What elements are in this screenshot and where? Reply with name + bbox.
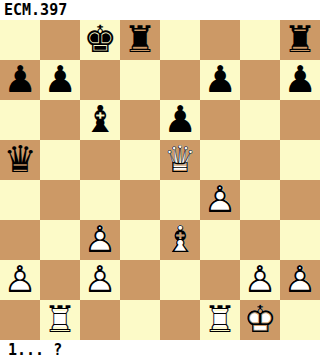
white-pawn: ♙	[200, 180, 240, 220]
square-g1[interactable]: ♚♔	[240, 300, 280, 340]
square-c4[interactable]	[80, 180, 120, 220]
square-b2[interactable]	[40, 260, 80, 300]
square-d2[interactable]	[120, 260, 160, 300]
square-h2[interactable]: ♟♙	[280, 260, 320, 300]
white-rook: ♖	[200, 300, 240, 340]
white-rook: ♖	[40, 300, 80, 340]
move-bar: 1... ?	[0, 340, 320, 360]
square-a7[interactable]: ♟	[0, 60, 40, 100]
white-queen: ♕	[160, 140, 200, 180]
square-e3[interactable]: ♝♗	[160, 220, 200, 260]
white-pawn: ♙	[80, 220, 120, 260]
square-f3[interactable]	[200, 220, 240, 260]
square-b4[interactable]	[40, 180, 80, 220]
white-bishop: ♗	[160, 220, 200, 260]
black-pawn: ♟	[40, 60, 80, 100]
square-e1[interactable]	[160, 300, 200, 340]
square-a8[interactable]	[0, 20, 40, 60]
square-b3[interactable]	[40, 220, 80, 260]
black-bishop: ♝	[80, 100, 120, 140]
black-pawn: ♟	[0, 60, 40, 100]
black-rook: ♜	[120, 20, 160, 60]
square-c5[interactable]	[80, 140, 120, 180]
square-h1[interactable]	[280, 300, 320, 340]
black-queen: ♛	[0, 140, 40, 180]
move-prompt: 1... ?	[8, 340, 62, 360]
square-d8[interactable]: ♜	[120, 20, 160, 60]
square-h6[interactable]	[280, 100, 320, 140]
square-a1[interactable]	[0, 300, 40, 340]
white-pawn: ♙	[0, 260, 40, 300]
white-king: ♔	[240, 300, 280, 340]
square-e7[interactable]	[160, 60, 200, 100]
square-h5[interactable]	[280, 140, 320, 180]
square-f5[interactable]	[200, 140, 240, 180]
title-bar: ECM.397	[0, 0, 320, 20]
black-pawn: ♟	[200, 60, 240, 100]
square-d6[interactable]	[120, 100, 160, 140]
square-g6[interactable]	[240, 100, 280, 140]
chess-puzzle-window: ECM.397 ♚♜♜♟♟♟♟♝♟♛♛♕♟♙♟♙♝♗♟♙♟♙♟♙♟♙♜♖♜♖♚♔…	[0, 0, 320, 360]
square-b6[interactable]	[40, 100, 80, 140]
square-h4[interactable]	[280, 180, 320, 220]
square-f2[interactable]	[200, 260, 240, 300]
square-f7[interactable]: ♟	[200, 60, 240, 100]
square-f6[interactable]	[200, 100, 240, 140]
square-g7[interactable]	[240, 60, 280, 100]
black-pawn: ♟	[280, 60, 320, 100]
square-a2[interactable]: ♟♙	[0, 260, 40, 300]
square-b8[interactable]	[40, 20, 80, 60]
square-d7[interactable]	[120, 60, 160, 100]
square-e5[interactable]: ♛♕	[160, 140, 200, 180]
square-e2[interactable]	[160, 260, 200, 300]
square-c2[interactable]: ♟♙	[80, 260, 120, 300]
square-f1[interactable]: ♜♖	[200, 300, 240, 340]
square-f8[interactable]	[200, 20, 240, 60]
square-a3[interactable]	[0, 220, 40, 260]
square-h8[interactable]: ♜	[280, 20, 320, 60]
square-f4[interactable]: ♟♙	[200, 180, 240, 220]
white-pawn: ♙	[240, 260, 280, 300]
square-e4[interactable]	[160, 180, 200, 220]
square-e6[interactable]: ♟	[160, 100, 200, 140]
puzzle-title: ECM.397	[4, 0, 67, 20]
square-d4[interactable]	[120, 180, 160, 220]
square-a4[interactable]	[0, 180, 40, 220]
square-h7[interactable]: ♟	[280, 60, 320, 100]
square-g3[interactable]	[240, 220, 280, 260]
white-pawn: ♙	[280, 260, 320, 300]
square-c7[interactable]	[80, 60, 120, 100]
square-c8[interactable]: ♚	[80, 20, 120, 60]
square-b5[interactable]	[40, 140, 80, 180]
square-c6[interactable]: ♝	[80, 100, 120, 140]
square-g5[interactable]	[240, 140, 280, 180]
white-pawn: ♙	[80, 260, 120, 300]
square-e8[interactable]	[160, 20, 200, 60]
square-a6[interactable]	[0, 100, 40, 140]
black-rook: ♜	[280, 20, 320, 60]
square-c1[interactable]	[80, 300, 120, 340]
chess-board: ♚♜♜♟♟♟♟♝♟♛♛♕♟♙♟♙♝♗♟♙♟♙♟♙♟♙♜♖♜♖♚♔	[0, 20, 320, 340]
square-g2[interactable]: ♟♙	[240, 260, 280, 300]
square-b1[interactable]: ♜♖	[40, 300, 80, 340]
square-d5[interactable]	[120, 140, 160, 180]
square-g4[interactable]	[240, 180, 280, 220]
black-pawn: ♟	[160, 100, 200, 140]
square-d3[interactable]	[120, 220, 160, 260]
square-g8[interactable]	[240, 20, 280, 60]
square-c3[interactable]: ♟♙	[80, 220, 120, 260]
square-b7[interactable]: ♟	[40, 60, 80, 100]
square-a5[interactable]: ♛	[0, 140, 40, 180]
square-h3[interactable]	[280, 220, 320, 260]
square-d1[interactable]	[120, 300, 160, 340]
black-king: ♚	[80, 20, 120, 60]
